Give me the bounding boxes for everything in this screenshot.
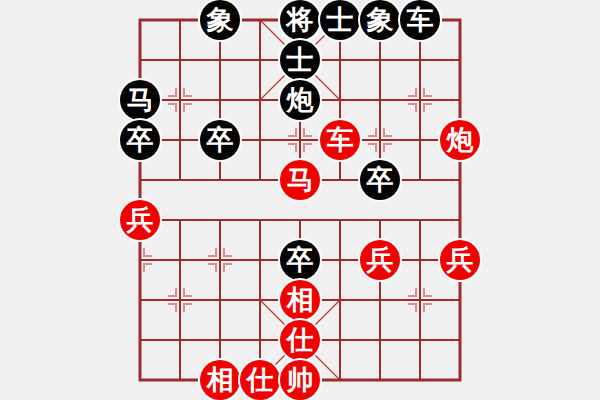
piece-label: 象: [207, 7, 234, 34]
piece-black-soldier[interactable]: 卒: [120, 120, 160, 160]
piece-red-advisor[interactable]: 仕: [280, 320, 320, 360]
piece-black-cannon[interactable]: 炮: [280, 80, 320, 120]
piece-red-general[interactable]: 帅: [280, 360, 320, 400]
piece-red-cannon[interactable]: 炮: [440, 120, 480, 160]
piece-label: 仕: [287, 327, 314, 354]
piece-label: 士: [287, 47, 314, 74]
piece-label: 炮: [447, 127, 474, 154]
piece-label: 士: [327, 7, 354, 34]
piece-black-general[interactable]: 将: [280, 0, 320, 40]
piece-red-soldier[interactable]: 兵: [120, 200, 160, 240]
piece-label: 马: [127, 87, 154, 114]
piece-red-soldier[interactable]: 兵: [360, 240, 400, 280]
piece-label: 车: [327, 127, 354, 154]
piece-label: 兵: [367, 247, 394, 274]
piece-label: 仕: [247, 367, 274, 394]
pieces-layer: 象将士象车士马炮卒卒车炮马卒兵卒兵兵相仕相仕帅: [0, 0, 600, 400]
piece-red-soldier[interactable]: 兵: [440, 240, 480, 280]
piece-label: 将: [287, 7, 314, 34]
piece-label: 相: [287, 287, 314, 314]
piece-black-chariot[interactable]: 车: [400, 0, 440, 40]
piece-black-elephant[interactable]: 象: [360, 0, 400, 40]
piece-label: 卒: [207, 127, 234, 154]
piece-black-soldier[interactable]: 卒: [360, 160, 400, 200]
piece-label: 象: [367, 7, 394, 34]
piece-red-advisor[interactable]: 仕: [240, 360, 280, 400]
piece-label: 相: [207, 367, 234, 394]
piece-label: 炮: [287, 87, 314, 114]
piece-label: 帅: [287, 367, 314, 394]
piece-label: 卒: [287, 247, 314, 274]
piece-black-elephant[interactable]: 象: [200, 0, 240, 40]
piece-black-advisor[interactable]: 士: [320, 0, 360, 40]
piece-black-soldier[interactable]: 卒: [280, 240, 320, 280]
xiangqi-diagram: 象将士象车士马炮卒卒车炮马卒兵卒兵兵相仕相仕帅: [0, 0, 600, 400]
piece-red-elephant[interactable]: 相: [280, 280, 320, 320]
piece-label: 卒: [367, 167, 394, 194]
piece-black-horse[interactable]: 马: [120, 80, 160, 120]
piece-label: 车: [407, 7, 434, 34]
piece-label: 卒: [127, 127, 154, 154]
piece-label: 兵: [447, 247, 474, 274]
piece-red-elephant[interactable]: 相: [200, 360, 240, 400]
piece-red-chariot[interactable]: 车: [320, 120, 360, 160]
piece-label: 马: [287, 167, 314, 194]
piece-black-soldier[interactable]: 卒: [200, 120, 240, 160]
piece-label: 兵: [127, 207, 154, 234]
piece-red-horse[interactable]: 马: [280, 160, 320, 200]
piece-black-advisor[interactable]: 士: [280, 40, 320, 80]
